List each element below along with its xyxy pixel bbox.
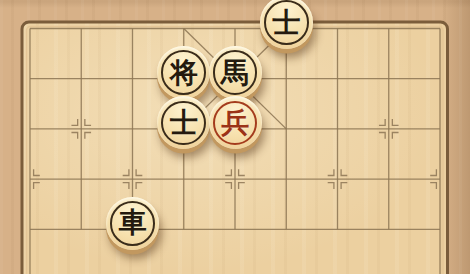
piece-ring [161, 101, 206, 146]
piece-ring [161, 50, 206, 95]
piece-black-advisor-2[interactable]: 士 [157, 96, 210, 149]
piece-black-advisor-1[interactable]: 士 [260, 0, 313, 49]
piece-ring [110, 201, 155, 246]
piece-glyph: 車 [106, 197, 159, 250]
piece-ring [213, 50, 258, 95]
piece-glyph: 士 [157, 96, 210, 149]
piece-black-horse[interactable]: 馬 [209, 46, 262, 99]
piece-glyph: 馬 [209, 46, 262, 99]
piece-red-soldier[interactable]: 兵 [209, 96, 262, 149]
piece-ring [213, 101, 258, 146]
piece-glyph: 将 [157, 46, 210, 99]
pieces-layer: 士将馬士兵車 [0, 0, 470, 274]
piece-black-chariot[interactable]: 車 [106, 197, 159, 250]
piece-glyph: 士 [260, 0, 313, 49]
xiangqi-board-view: 士将馬士兵車 [0, 0, 470, 274]
piece-black-general[interactable]: 将 [157, 46, 210, 99]
piece-glyph: 兵 [209, 96, 262, 149]
piece-ring [264, 0, 309, 45]
